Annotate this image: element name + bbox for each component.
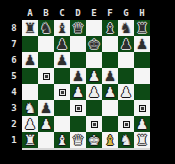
square-e1[interactable]: ♚: [86, 132, 102, 148]
file-label-f: F: [102, 8, 118, 18]
square-d4[interactable]: ♟: [70, 84, 86, 100]
square-e6[interactable]: [86, 52, 102, 68]
legal-move-marker: [43, 73, 50, 80]
square-h1[interactable]: ♜: [134, 132, 150, 148]
black-knight: ♞: [40, 20, 53, 36]
square-h7[interactable]: ♟: [134, 36, 150, 52]
black-rook: ♜: [136, 20, 149, 36]
square-d6[interactable]: [70, 52, 86, 68]
square-g4[interactable]: ♟: [118, 84, 134, 100]
square-g5[interactable]: [118, 68, 134, 84]
black-pawn: ♟: [72, 68, 85, 84]
square-a6[interactable]: ♟: [22, 52, 38, 68]
square-f4[interactable]: ♟: [102, 84, 118, 100]
black-king: ♚: [88, 36, 101, 52]
square-g6[interactable]: [118, 52, 134, 68]
square-h2[interactable]: ♟: [134, 116, 150, 132]
square-c2[interactable]: [54, 116, 70, 132]
file-labels: ABCDEFGH: [22, 8, 150, 18]
rank-label-7: 7: [8, 36, 20, 52]
white-pawn: ♟: [136, 116, 149, 132]
rank-label-3: 3: [8, 100, 20, 116]
file-label-c: C: [54, 8, 70, 18]
square-c1[interactable]: ♝: [54, 132, 70, 148]
square-d2[interactable]: [70, 116, 86, 132]
square-h8[interactable]: ♜: [134, 20, 150, 36]
square-e5[interactable]: ♟: [86, 68, 102, 84]
chess-game-screen: ABCDEFGH 87654321 ♜♞♝♛♝♞♜♟♚♟♟♟♟♟♟♟♟♟♟♟♞♟…: [0, 0, 175, 164]
white-pawn: ♟: [24, 116, 37, 132]
square-f5[interactable]: ♟: [102, 68, 118, 84]
black-pawn: ♟: [24, 52, 37, 68]
legal-move-marker: [75, 105, 82, 112]
rank-label-4: 4: [8, 84, 20, 100]
rank-label-8: 8: [8, 20, 20, 36]
black-bishop: ♝: [104, 20, 117, 36]
white-pawn: ♟: [72, 84, 85, 100]
square-h4[interactable]: [134, 84, 150, 100]
file-label-h: H: [134, 8, 150, 18]
white-pawn: ♟: [88, 84, 101, 100]
square-f8[interactable]: ♝: [102, 20, 118, 36]
white-rook: ♜: [24, 132, 37, 148]
square-d8[interactable]: ♛: [70, 20, 86, 36]
square-b2[interactable]: ♟: [38, 116, 54, 132]
square-e3[interactable]: [86, 100, 102, 116]
black-pawn: ♟: [56, 36, 69, 52]
square-g2[interactable]: [118, 116, 134, 132]
black-bishop: ♝: [56, 20, 69, 36]
file-label-d: D: [70, 8, 86, 18]
marker-dot: [141, 107, 144, 110]
file-label-b: B: [38, 8, 54, 18]
square-a4[interactable]: [22, 84, 38, 100]
square-b7[interactable]: [38, 36, 54, 52]
square-e7[interactable]: ♚: [86, 36, 102, 52]
square-a2[interactable]: ♟: [22, 116, 38, 132]
rank-labels: 87654321: [8, 20, 20, 148]
white-pawn: ♟: [104, 84, 117, 100]
white-pawn: ♟: [40, 116, 53, 132]
square-f7[interactable]: [102, 36, 118, 52]
marker-dot: [77, 107, 80, 110]
file-label-e: E: [86, 8, 102, 18]
black-knight: ♞: [120, 20, 133, 36]
square-b5[interactable]: [38, 68, 54, 84]
white-pawn: ♟: [88, 68, 101, 84]
black-pawn: ♟: [120, 36, 133, 52]
square-c7[interactable]: ♟: [54, 36, 70, 52]
square-d7[interactable]: [70, 36, 86, 52]
white-bishop: ♝: [56, 132, 69, 148]
rank-label-1: 1: [8, 132, 20, 148]
marker-dot: [45, 75, 48, 78]
legal-move-marker: [139, 105, 146, 112]
square-c3[interactable]: [54, 100, 70, 116]
square-g7[interactable]: ♟: [118, 36, 134, 52]
white-knight: ♞: [24, 100, 37, 116]
white-king: ♚: [88, 132, 101, 148]
rank-label-5: 5: [8, 68, 20, 84]
marker-dot: [61, 91, 64, 94]
board: ♜♞♝♛♝♞♜♟♚♟♟♟♟♟♟♟♟♟♟♟♞♟♟♟♟♜♝♛♚♝♞♜: [22, 20, 150, 148]
marker-dot: [93, 123, 96, 126]
square-b1[interactable]: [38, 132, 54, 148]
file-label-a: A: [22, 8, 38, 18]
square-f1[interactable]: ♝: [102, 132, 118, 148]
square-f3[interactable]: [102, 100, 118, 116]
square-a1[interactable]: ♜: [22, 132, 38, 148]
square-d1[interactable]: ♛: [70, 132, 86, 148]
square-a8[interactable]: ♜: [22, 20, 38, 36]
square-c5[interactable]: [54, 68, 70, 84]
square-h5[interactable]: [134, 68, 150, 84]
square-f2[interactable]: [102, 116, 118, 132]
square-g3[interactable]: [118, 100, 134, 116]
white-queen: ♛: [72, 132, 85, 148]
square-c4[interactable]: [54, 84, 70, 100]
square-a7[interactable]: [22, 36, 38, 52]
black-pawn: ♟: [40, 100, 53, 116]
square-a3[interactable]: ♞: [22, 100, 38, 116]
black-queen: ♛: [72, 20, 85, 36]
square-b8[interactable]: ♞: [38, 20, 54, 36]
file-label-g: G: [118, 8, 134, 18]
white-pawn: ♟: [120, 84, 133, 100]
board-bottom-edge: [22, 148, 150, 150]
square-h6[interactable]: [134, 52, 150, 68]
square-c6[interactable]: ♟: [54, 52, 70, 68]
black-pawn: ♟: [104, 68, 117, 84]
square-e2[interactable]: [86, 116, 102, 132]
square-f6[interactable]: [102, 52, 118, 68]
legal-move-marker: [59, 89, 66, 96]
white-rook: ♜: [136, 132, 149, 148]
square-d5[interactable]: ♟: [70, 68, 86, 84]
black-pawn: ♟: [136, 36, 149, 52]
square-g1[interactable]: ♞: [118, 132, 134, 148]
square-g8[interactable]: ♞: [118, 20, 134, 36]
square-a5[interactable]: [22, 68, 38, 84]
square-b4[interactable]: [38, 84, 54, 100]
square-e8[interactable]: [86, 20, 102, 36]
square-e4[interactable]: ♟: [86, 84, 102, 100]
black-pawn: ♟: [56, 52, 69, 68]
legal-move-marker: [91, 121, 98, 128]
square-b6[interactable]: [38, 52, 54, 68]
square-b3[interactable]: ♟: [38, 100, 54, 116]
rank-label-2: 2: [8, 116, 20, 132]
white-bishop-selected: ♝: [104, 132, 117, 148]
square-c8[interactable]: ♝: [54, 20, 70, 36]
black-rook: ♜: [24, 20, 37, 36]
rank-label-6: 6: [8, 52, 20, 68]
marker-dot: [125, 123, 128, 126]
legal-move-marker: [123, 121, 130, 128]
square-d3[interactable]: [70, 100, 86, 116]
white-knight: ♞: [120, 132, 133, 148]
square-h3[interactable]: [134, 100, 150, 116]
